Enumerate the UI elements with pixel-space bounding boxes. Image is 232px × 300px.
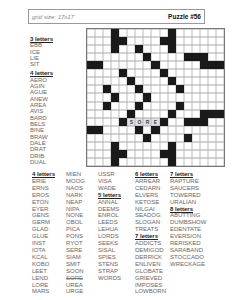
empty-cell[interactable] <box>216 69 224 77</box>
empty-cell[interactable] <box>111 134 119 142</box>
empty-cell[interactable] <box>208 93 216 101</box>
empty-cell[interactable] <box>111 102 119 110</box>
empty-cell[interactable] <box>127 134 135 142</box>
block-cell <box>135 85 143 93</box>
empty-cell[interactable] <box>184 45 192 53</box>
word-item: ENROL <box>98 212 135 219</box>
empty-cell[interactable] <box>135 142 143 150</box>
block-cell <box>160 150 168 158</box>
word-item: LEEDS <box>98 219 135 226</box>
empty-cell[interactable] <box>200 29 208 37</box>
empty-cell[interactable] <box>103 77 111 85</box>
word-item: INST <box>32 240 66 247</box>
block-cell <box>151 126 159 134</box>
empty-cell[interactable] <box>216 158 224 166</box>
empty-cell[interactable] <box>176 93 184 101</box>
word-item: MARS <box>32 288 66 295</box>
empty-cell[interactable] <box>119 158 127 166</box>
empty-cell[interactable] <box>216 53 224 61</box>
empty-cell[interactable] <box>127 126 135 134</box>
word-item: SIAM <box>66 254 98 261</box>
word-list-column-1: 4 lettersERIEERNSEROSETONEYERGENSGERMGLA… <box>32 171 66 295</box>
word-item: WORDS <box>98 275 135 282</box>
empty-cell[interactable] <box>151 158 159 166</box>
empty-cell[interactable] <box>192 37 200 45</box>
word-item: NIPA <box>66 206 98 213</box>
block-cell <box>111 37 119 45</box>
given-letter-cell[interactable]: E <box>151 118 159 126</box>
empty-cell[interactable] <box>208 118 216 126</box>
empty-cell[interactable] <box>119 142 127 150</box>
word-list-column-3: USSRVISAWADE5 lettersANNALDEEMSENROLLEED… <box>98 171 135 295</box>
empty-cell[interactable] <box>95 142 103 150</box>
empty-cell[interactable] <box>200 85 208 93</box>
empty-cell[interactable] <box>95 37 103 45</box>
empty-cell[interactable] <box>216 126 224 134</box>
empty-cell[interactable] <box>143 158 151 166</box>
word-item: STOCCADO <box>170 254 218 261</box>
empty-cell[interactable] <box>119 85 127 93</box>
word-item: VISA <box>98 178 135 185</box>
empty-cell[interactable] <box>176 45 184 53</box>
empty-cell[interactable] <box>176 150 184 158</box>
empty-cell[interactable] <box>103 61 111 69</box>
empty-cell[interactable] <box>143 150 151 158</box>
given-letter-cell[interactable]: R <box>143 118 151 126</box>
empty-cell[interactable] <box>176 158 184 166</box>
empty-cell[interactable] <box>95 150 103 158</box>
word-item: IOTA <box>32 247 66 254</box>
empty-cell[interactable] <box>127 61 135 69</box>
empty-cell[interactable] <box>135 134 143 142</box>
empty-cell[interactable] <box>111 69 119 77</box>
empty-cell[interactable] <box>216 142 224 150</box>
empty-cell[interactable] <box>127 102 135 110</box>
empty-cell[interactable] <box>168 126 176 134</box>
word-item: DERRICK <box>135 254 170 261</box>
empty-cell[interactable] <box>87 118 95 126</box>
empty-cell[interactable] <box>192 110 200 118</box>
empty-cell[interactable] <box>192 29 200 37</box>
empty-cell[interactable] <box>87 77 95 85</box>
empty-cell[interactable] <box>103 53 111 61</box>
word-item: STRAP <box>98 268 135 275</box>
empty-cell[interactable] <box>119 77 127 85</box>
empty-cell[interactable] <box>160 29 168 37</box>
empty-cell[interactable] <box>208 102 216 110</box>
given-letter-cell[interactable]: O <box>135 118 143 126</box>
empty-cell[interactable] <box>151 29 159 37</box>
empty-cell[interactable] <box>87 85 95 93</box>
word-item: ARREAR <box>135 178 170 185</box>
empty-cell[interactable] <box>103 110 111 118</box>
given-letter-cell[interactable]: S <box>127 118 135 126</box>
empty-cell[interactable] <box>95 77 103 85</box>
empty-cell[interactable] <box>192 134 200 142</box>
empty-cell[interactable] <box>168 61 176 69</box>
empty-cell[interactable] <box>160 126 168 134</box>
empty-cell[interactable] <box>184 61 192 69</box>
empty-cell[interactable] <box>143 126 151 134</box>
empty-cell[interactable] <box>135 69 143 77</box>
word-item: KCAL <box>32 254 66 261</box>
block-cell <box>151 61 159 69</box>
empty-cell[interactable] <box>119 61 127 69</box>
word-list-column-4: 6 lettersARREARCEDARNELVERSKETOSENILGAIS… <box>135 171 170 295</box>
word-item: SEADOG <box>135 212 170 219</box>
word-list-column-5: 7 lettersRAPTURESAUCERSTOWEREDURALIAN8 l… <box>170 171 218 295</box>
empty-cell[interactable] <box>143 69 151 77</box>
empty-cell[interactable] <box>135 150 143 158</box>
empty-cell[interactable] <box>200 158 208 166</box>
empty-cell[interactable] <box>160 85 168 93</box>
empty-cell[interactable] <box>135 37 143 45</box>
block-cell <box>160 69 168 77</box>
empty-cell[interactable] <box>176 61 184 69</box>
empty-cell[interactable] <box>103 134 111 142</box>
empty-cell[interactable] <box>192 142 200 150</box>
empty-cell[interactable] <box>208 29 216 37</box>
empty-cell[interactable] <box>127 93 135 101</box>
empty-cell[interactable] <box>103 29 111 37</box>
empty-cell[interactable] <box>184 126 192 134</box>
empty-cell[interactable] <box>216 37 224 45</box>
word-item: NEAP <box>66 199 98 206</box>
empty-cell[interactable] <box>176 118 184 126</box>
empty-cell[interactable] <box>176 53 184 61</box>
empty-cell[interactable] <box>143 61 151 69</box>
empty-cell[interactable] <box>160 158 168 166</box>
empty-cell[interactable] <box>151 134 159 142</box>
word-item: SERE <box>66 247 98 254</box>
block-cell <box>192 118 200 126</box>
word-item: USSR <box>98 171 135 178</box>
empty-cell[interactable] <box>119 53 127 61</box>
empty-cell[interactable] <box>103 150 111 158</box>
empty-cell[interactable] <box>127 69 135 77</box>
word-item: ADDICTS <box>135 240 170 247</box>
empty-cell[interactable] <box>87 53 95 61</box>
empty-cell[interactable] <box>127 29 135 37</box>
empty-cell[interactable] <box>184 110 192 118</box>
empty-cell[interactable] <box>208 77 216 85</box>
empty-cell[interactable] <box>168 134 176 142</box>
empty-cell[interactable] <box>160 77 168 85</box>
empty-cell[interactable] <box>200 134 208 142</box>
empty-cell[interactable] <box>208 85 216 93</box>
empty-cell[interactable] <box>127 142 135 150</box>
empty-cell[interactable] <box>143 142 151 150</box>
block-cell <box>87 61 95 69</box>
empty-cell[interactable] <box>111 53 119 61</box>
empty-cell[interactable] <box>151 77 159 85</box>
block-cell <box>111 142 119 150</box>
empty-cell[interactable] <box>176 69 184 77</box>
empty-cell[interactable] <box>216 118 224 126</box>
empty-cell[interactable] <box>176 37 184 45</box>
empty-cell[interactable] <box>95 158 103 166</box>
word-item: UREA <box>66 282 98 289</box>
empty-cell[interactable] <box>160 134 168 142</box>
empty-cell[interactable] <box>168 85 176 93</box>
empty-cell[interactable] <box>127 150 135 158</box>
empty-cell[interactable] <box>127 37 135 45</box>
empty-cell[interactable] <box>184 158 192 166</box>
empty-cell[interactable] <box>87 69 95 77</box>
empty-cell[interactable] <box>184 142 192 150</box>
empty-cell[interactable] <box>95 118 103 126</box>
empty-cell[interactable] <box>87 102 95 110</box>
empty-cell[interactable] <box>200 69 208 77</box>
word-item: TOWERED <box>170 192 218 199</box>
block-cell <box>143 134 151 142</box>
empty-cell[interactable] <box>208 37 216 45</box>
empty-cell[interactable] <box>216 45 224 53</box>
empty-cell[interactable] <box>87 29 95 37</box>
empty-cell[interactable] <box>119 110 127 118</box>
word-item: SLOGAN <box>135 219 170 226</box>
empty-cell[interactable] <box>176 110 184 118</box>
empty-cell[interactable] <box>151 110 159 118</box>
empty-cell[interactable] <box>168 102 176 110</box>
empty-cell[interactable] <box>192 69 200 77</box>
empty-cell[interactable] <box>111 61 119 69</box>
empty-cell[interactable] <box>200 126 208 134</box>
empty-cell[interactable] <box>192 45 200 53</box>
empty-cell[interactable] <box>95 85 103 93</box>
block-cell <box>216 110 224 118</box>
empty-cell[interactable] <box>168 118 176 126</box>
word-item: OBOL <box>66 219 98 226</box>
empty-cell[interactable] <box>95 134 103 142</box>
empty-cell[interactable] <box>135 77 143 85</box>
empty-cell[interactable] <box>184 150 192 158</box>
empty-cell[interactable] <box>160 110 168 118</box>
empty-cell[interactable] <box>127 53 135 61</box>
empty-cell[interactable] <box>111 77 119 85</box>
empty-cell[interactable] <box>119 102 127 110</box>
empty-cell[interactable] <box>143 77 151 85</box>
empty-cell[interactable] <box>119 45 127 53</box>
empty-cell[interactable] <box>87 45 95 53</box>
empty-cell[interactable] <box>111 126 119 134</box>
empty-cell[interactable] <box>160 61 168 69</box>
empty-cell[interactable] <box>184 102 192 110</box>
empty-cell[interactable] <box>184 69 192 77</box>
empty-cell[interactable] <box>208 142 216 150</box>
block-cell <box>176 102 184 110</box>
empty-cell[interactable] <box>135 158 143 166</box>
empty-cell[interactable] <box>192 126 200 134</box>
empty-cell[interactable] <box>87 158 95 166</box>
empty-cell[interactable] <box>103 69 111 77</box>
empty-cell[interactable] <box>151 150 159 158</box>
empty-cell[interactable] <box>135 61 143 69</box>
word-item: EDENTATE <box>170 226 218 233</box>
word-item: WRECKAGE <box>170 261 218 268</box>
empty-cell[interactable] <box>192 85 200 93</box>
block-cell <box>95 126 103 134</box>
empty-cell[interactable] <box>95 53 103 61</box>
empty-cell[interactable] <box>151 45 159 53</box>
empty-cell[interactable] <box>216 102 224 110</box>
list-header: 4 letters <box>32 171 66 178</box>
empty-cell[interactable] <box>95 45 103 53</box>
empty-cell[interactable] <box>143 102 151 110</box>
block-cell <box>111 93 119 101</box>
empty-cell[interactable] <box>208 53 216 61</box>
empty-cell[interactable] <box>135 29 143 37</box>
empty-cell[interactable] <box>192 158 200 166</box>
empty-cell[interactable] <box>103 142 111 150</box>
empty-cell[interactable] <box>208 69 216 77</box>
empty-cell[interactable] <box>87 142 95 150</box>
empty-cell[interactable] <box>168 93 176 101</box>
empty-cell[interactable] <box>143 37 151 45</box>
empty-cell[interactable] <box>192 61 200 69</box>
empty-cell[interactable] <box>127 85 135 93</box>
empty-cell[interactable] <box>192 77 200 85</box>
empty-cell[interactable] <box>200 45 208 53</box>
empty-cell[interactable] <box>216 29 224 37</box>
empty-cell[interactable] <box>151 53 159 61</box>
empty-cell[interactable] <box>127 158 135 166</box>
empty-cell[interactable] <box>200 150 208 158</box>
empty-cell[interactable] <box>103 37 111 45</box>
empty-cell[interactable] <box>119 93 127 101</box>
empty-cell[interactable] <box>111 118 119 126</box>
empty-cell[interactable] <box>143 110 151 118</box>
empty-cell[interactable] <box>151 93 159 101</box>
word-item: TREATS <box>135 226 170 233</box>
empty-cell[interactable] <box>103 126 111 134</box>
word-item: GENS <box>32 212 66 219</box>
empty-cell[interactable] <box>127 45 135 53</box>
empty-cell[interactable] <box>208 45 216 53</box>
empty-cell[interactable] <box>216 93 224 101</box>
word-item: KOBO <box>32 261 66 268</box>
empty-cell[interactable] <box>95 110 103 118</box>
empty-cell[interactable] <box>184 85 192 93</box>
empty-cell[interactable] <box>200 77 208 85</box>
empty-cell[interactable] <box>176 77 184 85</box>
empty-cell[interactable] <box>135 110 143 118</box>
empty-cell[interactable] <box>119 126 127 134</box>
word-item: MIEN <box>66 171 98 178</box>
empty-cell[interactable] <box>151 102 159 110</box>
block-cell <box>168 142 176 150</box>
word-item: RERISKED <box>170 240 218 247</box>
block-cell <box>119 37 127 45</box>
empty-cell[interactable] <box>208 126 216 134</box>
empty-cell[interactable] <box>168 53 176 61</box>
block-cell <box>127 110 135 118</box>
empty-cell[interactable] <box>119 29 127 37</box>
word-item: ERNS <box>32 185 66 192</box>
empty-cell[interactable] <box>184 29 192 37</box>
empty-cell[interactable] <box>160 45 168 53</box>
empty-cell[interactable] <box>143 85 151 93</box>
empty-cell[interactable] <box>176 142 184 150</box>
empty-cell[interactable] <box>192 93 200 101</box>
empty-cell[interactable] <box>87 134 95 142</box>
empty-cell[interactable] <box>103 158 111 166</box>
block-cell <box>176 85 184 93</box>
empty-cell[interactable] <box>216 85 224 93</box>
empty-cell[interactable] <box>176 126 184 134</box>
empty-cell[interactable] <box>208 150 216 158</box>
empty-cell[interactable] <box>95 29 103 37</box>
block-cell <box>208 110 216 118</box>
empty-cell[interactable] <box>151 142 159 150</box>
empty-cell[interactable] <box>135 93 143 101</box>
empty-cell[interactable] <box>200 93 208 101</box>
block-cell <box>184 118 192 126</box>
empty-cell[interactable] <box>87 110 95 118</box>
word-item: WADE <box>98 185 135 192</box>
empty-cell[interactable] <box>87 150 95 158</box>
empty-cell[interactable] <box>160 142 168 150</box>
empty-cell[interactable] <box>184 77 192 85</box>
empty-cell[interactable] <box>200 102 208 110</box>
empty-cell[interactable] <box>151 37 159 45</box>
empty-cell[interactable] <box>95 93 103 101</box>
word-item: NAOS <box>66 185 98 192</box>
empty-cell[interactable] <box>95 69 103 77</box>
word-item: CEDARN <box>135 185 170 192</box>
word-item: SAUCERS <box>170 185 218 192</box>
empty-cell[interactable] <box>103 45 111 53</box>
empty-cell[interactable] <box>216 77 224 85</box>
empty-cell[interactable] <box>87 93 95 101</box>
block-cell <box>200 110 208 118</box>
empty-cell[interactable] <box>160 102 168 110</box>
empty-cell[interactable] <box>103 118 111 126</box>
empty-cell[interactable] <box>176 134 184 142</box>
empty-cell[interactable] <box>208 158 216 166</box>
empty-cell[interactable] <box>208 134 216 142</box>
word-item: DUMBSHOW <box>170 219 218 226</box>
empty-cell[interactable] <box>160 93 168 101</box>
empty-cell[interactable] <box>119 134 127 142</box>
empty-cell[interactable] <box>216 134 224 142</box>
empty-cell[interactable] <box>111 85 119 93</box>
empty-cell[interactable] <box>143 29 151 37</box>
empty-cell[interactable] <box>176 29 184 37</box>
empty-cell[interactable] <box>151 85 159 93</box>
empty-cell[interactable] <box>184 93 192 101</box>
empty-cell[interactable] <box>192 150 200 158</box>
empty-cell[interactable] <box>168 69 176 77</box>
empty-cell[interactable] <box>200 142 208 150</box>
block-cell <box>216 61 224 69</box>
empty-cell[interactable] <box>143 45 151 53</box>
empty-cell[interactable] <box>151 69 159 77</box>
empty-cell[interactable] <box>200 37 208 45</box>
empty-cell[interactable] <box>184 37 192 45</box>
word-item: SPIES <box>98 254 135 261</box>
empty-cell[interactable] <box>216 150 224 158</box>
empty-cell[interactable] <box>95 102 103 110</box>
empty-cell[interactable] <box>103 93 111 101</box>
empty-cell[interactable] <box>192 102 200 110</box>
word-item: STENS <box>98 261 135 268</box>
empty-cell[interactable] <box>111 110 119 118</box>
word-item: GLAD <box>32 226 66 233</box>
empty-cell[interactable] <box>160 53 168 61</box>
empty-cell[interactable] <box>87 37 95 45</box>
empty-cell[interactable] <box>135 53 143 61</box>
